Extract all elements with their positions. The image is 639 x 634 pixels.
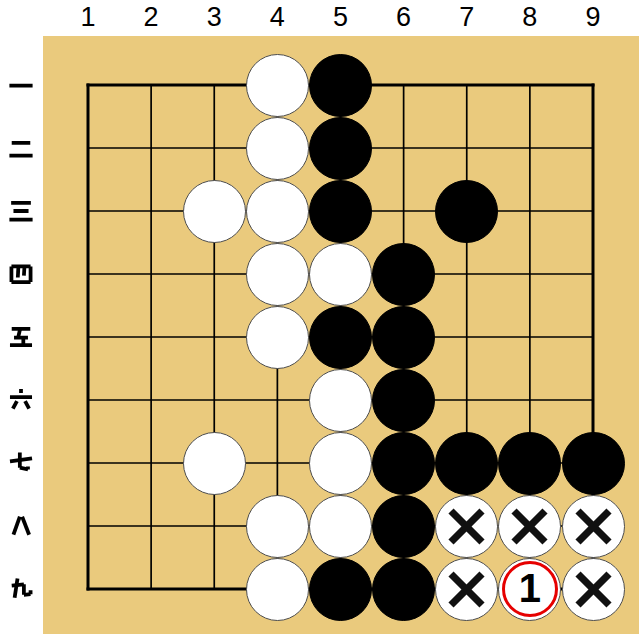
black-stone [309, 306, 372, 369]
white-stone [246, 180, 309, 243]
black-stone [372, 306, 435, 369]
white-stone [246, 558, 309, 621]
move-number-label: 1 [519, 568, 541, 608]
top-coordinate-label-5: 5 [333, 2, 348, 33]
white-stone-x-marked [562, 495, 625, 558]
white-stone [309, 495, 372, 558]
x-mark-icon [436, 559, 497, 620]
black-stone [309, 180, 372, 243]
left-coordinate-label-row-6 [7, 386, 36, 415]
white-stone [246, 117, 309, 180]
left-coordinate-label-row-9 [7, 575, 36, 604]
go-diagram-page: 123456789 1 [0, 0, 639, 634]
top-coordinate-label-9: 9 [585, 2, 600, 33]
x-mark-icon [563, 559, 624, 620]
left-coordinate-label-row-7 [7, 449, 36, 478]
top-coordinate-label-4: 4 [270, 2, 285, 33]
top-coordinate-label-2: 2 [144, 2, 159, 33]
white-stone-x-marked [562, 558, 625, 621]
white-stone [309, 369, 372, 432]
white-stone [246, 306, 309, 369]
black-stone [372, 432, 435, 495]
left-coordinate-label-row-2 [7, 134, 36, 163]
white-stone [246, 243, 309, 306]
black-stone [372, 369, 435, 432]
white-stone-x-marked [435, 558, 498, 621]
white-stone-move-1: 1 [498, 558, 561, 621]
left-coordinate-label-row-8 [7, 512, 36, 541]
go-board[interactable]: 1 [43, 36, 639, 634]
white-stone [183, 432, 246, 495]
x-mark-icon [499, 496, 560, 557]
white-stone [309, 243, 372, 306]
top-coordinate-label-6: 6 [396, 2, 411, 33]
white-stone-x-marked [498, 495, 561, 558]
white-stone-x-marked [435, 495, 498, 558]
top-coordinate-label-8: 8 [522, 2, 537, 33]
black-stone [372, 243, 435, 306]
black-stone [435, 180, 498, 243]
black-stone [309, 558, 372, 621]
x-mark-icon [436, 496, 497, 557]
left-coordinate-label-row-4 [7, 260, 36, 289]
black-stone [498, 432, 561, 495]
top-coordinate-label-1: 1 [80, 2, 95, 33]
black-stone [372, 495, 435, 558]
white-stone [246, 495, 309, 558]
white-stone [246, 54, 309, 117]
white-stone [309, 432, 372, 495]
left-coordinate-label-row-5 [7, 323, 36, 352]
x-mark-icon [563, 496, 624, 557]
black-stone [562, 432, 625, 495]
top-coordinate-label-3: 3 [207, 2, 222, 33]
white-stone [183, 180, 246, 243]
black-stone [309, 54, 372, 117]
left-coordinate-label-row-1 [7, 71, 36, 100]
top-coordinate-label-7: 7 [459, 2, 474, 33]
left-coordinate-label-row-3 [7, 197, 36, 226]
black-stone [435, 432, 498, 495]
black-stone [309, 117, 372, 180]
black-stone [372, 558, 435, 621]
